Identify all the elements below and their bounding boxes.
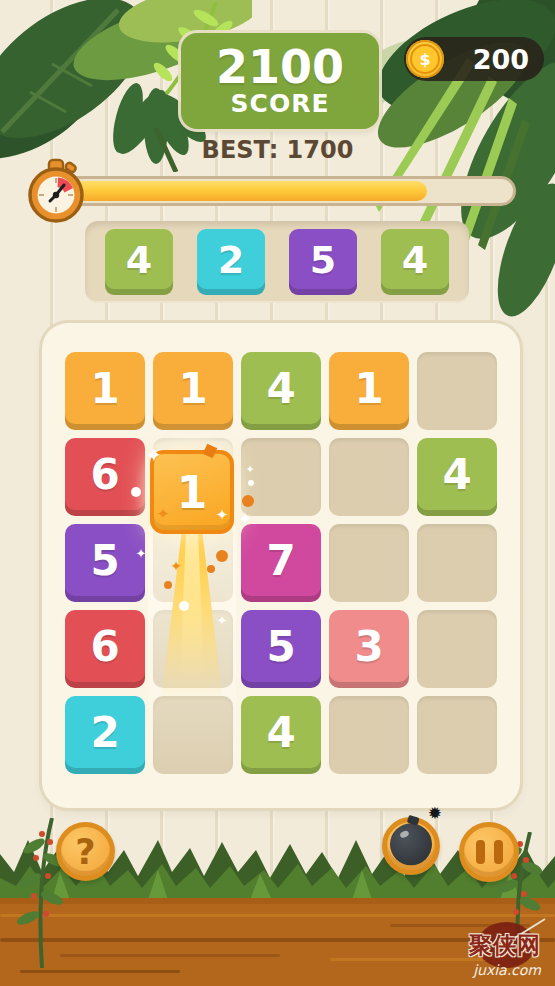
watermark-site-url: juxia.com [473,962,541,978]
board-cell-r3c4[interactable] [329,524,409,602]
queue-tile-1: 4 [105,229,173,295]
coin-icon: $ [406,40,444,78]
board-cell-r3c1[interactable]: 5 [65,524,145,602]
queue-tile-4: 4 [381,229,449,295]
board-cell-r4c3[interactable]: 5 [241,610,321,688]
board-cell-r5c1[interactable]: 2 [65,696,145,774]
board-cell-r1c3[interactable]: 4 [241,352,321,430]
board-cell-r2c3[interactable] [241,438,321,516]
timer-fill [51,181,427,201]
board-cell-r1c2[interactable]: 1 [153,352,233,430]
game-screen: 2100 SCORE $ 200 BEST: 1700 4254 1141645… [0,0,555,986]
queue-tile-2: 2 [197,229,265,295]
board-cell-r1c4[interactable]: 1 [329,352,409,430]
site-watermark: 聚侠网 juxia.com [449,922,549,984]
game-board: 1141645765324 1 ✦✦✦✦✦✦✦✦ [42,323,520,808]
coin-count: 200 [444,44,544,75]
timer-track [46,176,516,206]
bomb-icon: ✹ [390,823,432,865]
score-panel: 2100 SCORE [181,33,379,129]
board-cell-r3c2[interactable] [153,524,233,602]
board-cell-r1c1[interactable]: 1 [65,352,145,430]
board-cell-r2c4[interactable] [329,438,409,516]
coin-dollar-symbol: $ [410,44,440,74]
score-value: 2100 [216,44,344,90]
score-label: SCORE [231,90,330,118]
board-cell-r2c5[interactable]: 4 [417,438,497,516]
board-cell-r4c2[interactable] [153,610,233,688]
watermark-site-name: 聚侠网 [469,930,541,961]
queue-tile-3: 5 [289,229,357,295]
board-cell-r5c3[interactable]: 4 [241,696,321,774]
pause-button[interactable] [459,822,519,882]
pause-icon [476,840,485,864]
coin-badge: $ 200 [404,37,544,81]
board-cell-r5c5[interactable] [417,696,497,774]
board-cell-r2c2[interactable] [153,438,233,516]
stopwatch-icon [22,158,90,226]
help-question-icon: ? [75,832,95,872]
board-cell-r1c5[interactable] [417,352,497,430]
bomb-button[interactable]: ✹ [382,817,440,875]
board-cell-r4c1[interactable]: 6 [65,610,145,688]
board-cell-r3c5[interactable] [417,524,497,602]
board-cell-r5c2[interactable] [153,696,233,774]
board-cell-r4c5[interactable] [417,610,497,688]
board-cell-r5c4[interactable] [329,696,409,774]
board-grid: 1141645765324 [65,352,497,774]
bomb-spark-icon: ✹ [428,803,442,823]
board-cell-r3c3[interactable]: 7 [241,524,321,602]
berry-plant-left-icon [12,818,64,968]
help-button[interactable]: ? [56,822,115,881]
board-cell-r4c4[interactable]: 3 [329,610,409,688]
board-cell-r2c1[interactable]: 6 [65,438,145,516]
queue-tray: 4254 [85,221,469,303]
